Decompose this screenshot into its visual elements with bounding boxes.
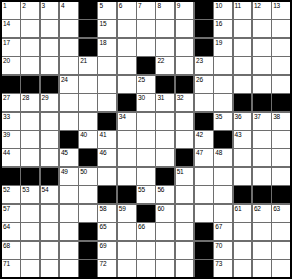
answer-cell[interactable] [176, 223, 194, 240]
clue-number: 39 [3, 131, 10, 138]
answer-cell[interactable] [176, 39, 194, 56]
answer-cell[interactable] [214, 57, 232, 74]
answer-cell[interactable]: 47 [195, 149, 213, 166]
answer-cell[interactable] [176, 242, 194, 259]
answer-cell[interactable] [272, 39, 290, 56]
answer-cell[interactable]: 16 [214, 20, 232, 37]
answer-cell[interactable]: 9 [176, 2, 194, 19]
answer-cell[interactable] [156, 131, 174, 148]
answer-cell[interactable] [41, 242, 59, 259]
answer-cell[interactable] [253, 149, 271, 166]
black-cell [234, 94, 252, 111]
answer-cell[interactable] [41, 131, 59, 148]
answer-cell[interactable]: 11 [234, 2, 252, 19]
answer-cell[interactable]: 39 [2, 131, 20, 148]
answer-cell[interactable] [41, 149, 59, 166]
black-cell [176, 76, 194, 93]
clue-number: 27 [3, 94, 10, 101]
answer-cell[interactable] [41, 39, 59, 56]
answer-cell[interactable] [60, 205, 78, 222]
answer-cell[interactable] [214, 186, 232, 203]
black-cell [137, 57, 155, 74]
answer-cell[interactable]: 24 [60, 76, 78, 93]
clue-number: 57 [3, 205, 10, 212]
answer-cell[interactable] [118, 76, 136, 93]
answer-cell[interactable] [195, 186, 213, 203]
answer-cell[interactable] [118, 168, 136, 185]
answer-cell[interactable] [21, 260, 39, 277]
black-cell [79, 223, 97, 240]
answer-cell[interactable] [234, 76, 252, 93]
answer-cell[interactable] [195, 205, 213, 222]
answer-cell[interactable]: 21 [79, 57, 97, 74]
answer-cell[interactable] [253, 76, 271, 93]
answer-cell[interactable] [98, 76, 116, 93]
answer-cell[interactable] [118, 260, 136, 277]
answer-cell[interactable]: 53 [21, 186, 39, 203]
answer-cell[interactable] [253, 57, 271, 74]
answer-cell[interactable]: 54 [41, 186, 59, 203]
answer-cell[interactable] [21, 20, 39, 37]
black-cell [156, 168, 174, 185]
clue-number: 46 [99, 149, 106, 156]
answer-cell[interactable] [41, 113, 59, 130]
answer-cell[interactable] [272, 131, 290, 148]
answer-cell[interactable]: 50 [79, 168, 97, 185]
clue-number: 3 [42, 2, 45, 9]
answer-cell[interactable]: 68 [2, 242, 20, 259]
answer-cell[interactable]: 40 [79, 131, 97, 148]
black-cell [79, 149, 97, 166]
clue-number: 9 [177, 2, 180, 9]
clue-number: 6 [119, 2, 122, 9]
black-cell [2, 168, 20, 185]
clue-number: 69 [99, 242, 106, 249]
answer-cell[interactable] [253, 39, 271, 56]
answer-cell[interactable] [118, 20, 136, 37]
clue-number: 55 [138, 186, 145, 193]
answer-cell[interactable] [137, 39, 155, 56]
clue-number: 48 [215, 149, 222, 156]
answer-cell[interactable] [118, 57, 136, 74]
clue-number: 32 [177, 94, 184, 101]
answer-cell[interactable] [60, 223, 78, 240]
black-cell [195, 113, 213, 130]
black-cell [79, 242, 97, 259]
clue-number: 49 [61, 168, 68, 175]
answer-cell[interactable]: 66 [137, 223, 155, 240]
black-cell [272, 94, 290, 111]
answer-cell[interactable] [253, 223, 271, 240]
black-cell [137, 205, 155, 222]
answer-cell[interactable] [118, 131, 136, 148]
answer-cell[interactable] [79, 94, 97, 111]
black-cell [156, 76, 174, 93]
answer-cell[interactable] [21, 149, 39, 166]
answer-cell[interactable] [234, 168, 252, 185]
clue-number: 21 [80, 57, 87, 64]
answer-cell[interactable] [214, 205, 232, 222]
answer-cell[interactable] [156, 149, 174, 166]
answer-cell[interactable] [21, 113, 39, 130]
answer-cell[interactable] [41, 205, 59, 222]
answer-cell[interactable] [234, 57, 252, 74]
answer-cell[interactable]: 59 [118, 205, 136, 222]
clue-number: 52 [3, 186, 10, 193]
answer-cell[interactable] [272, 57, 290, 74]
answer-cell[interactable] [234, 242, 252, 259]
answer-cell[interactable] [195, 94, 213, 111]
answer-cell[interactable]: 60 [156, 205, 174, 222]
answer-cell[interactable]: 38 [272, 113, 290, 130]
clue-number: 40 [80, 131, 87, 138]
answer-cell[interactable]: 64 [2, 223, 20, 240]
answer-cell[interactable]: 8 [156, 2, 174, 19]
clue-number: 12 [254, 2, 261, 9]
clue-number: 16 [215, 20, 222, 27]
answer-cell[interactable] [79, 76, 97, 93]
answer-cell[interactable]: 41 [98, 131, 116, 148]
answer-cell[interactable] [60, 186, 78, 203]
answer-cell[interactable]: 13 [272, 2, 290, 19]
clue-number: 62 [254, 205, 261, 212]
answer-cell[interactable] [253, 168, 271, 185]
answer-cell[interactable]: 4 [60, 2, 78, 19]
clue-number: 13 [273, 2, 280, 9]
answer-cell[interactable]: 71 [2, 260, 20, 277]
answer-cell[interactable] [272, 260, 290, 277]
answer-cell[interactable]: 65 [98, 223, 116, 240]
clue-number: 10 [215, 2, 222, 9]
answer-cell[interactable]: 17 [2, 39, 20, 56]
black-cell [195, 223, 213, 240]
clue-number: 66 [138, 223, 145, 230]
answer-cell[interactable] [21, 131, 39, 148]
answer-cell[interactable] [253, 260, 271, 277]
answer-cell[interactable] [60, 113, 78, 130]
answer-cell[interactable]: 14 [2, 20, 20, 37]
answer-cell[interactable]: 5 [98, 2, 116, 19]
answer-cell[interactable]: 18 [98, 39, 116, 56]
answer-cell[interactable] [137, 113, 155, 130]
clue-number: 24 [61, 76, 68, 83]
answer-cell[interactable] [41, 57, 59, 74]
black-cell [234, 186, 252, 203]
clue-number: 44 [3, 149, 10, 156]
answer-cell[interactable] [79, 186, 97, 203]
answer-cell[interactable] [21, 57, 39, 74]
black-cell [195, 260, 213, 277]
black-cell [253, 94, 271, 111]
answer-cell[interactable]: 62 [253, 205, 271, 222]
answer-cell[interactable] [60, 242, 78, 259]
answer-cell[interactable] [21, 39, 39, 56]
clue-number: 25 [138, 76, 145, 83]
answer-cell[interactable] [214, 168, 232, 185]
answer-cell[interactable] [21, 205, 39, 222]
clue-number: 65 [99, 223, 106, 230]
answer-cell[interactable] [118, 242, 136, 259]
answer-cell[interactable] [234, 223, 252, 240]
clue-number: 33 [3, 113, 10, 120]
answer-cell[interactable] [21, 223, 39, 240]
clue-number: 1 [3, 2, 6, 9]
answer-cell[interactable]: 52 [2, 186, 20, 203]
answer-cell[interactable] [21, 242, 39, 259]
answer-cell[interactable]: 7 [137, 2, 155, 19]
answer-cell[interactable] [195, 168, 213, 185]
black-cell [118, 186, 136, 203]
answer-cell[interactable] [60, 57, 78, 74]
black-cell [98, 113, 116, 130]
answer-cell[interactable]: 46 [98, 149, 116, 166]
answer-cell[interactable] [41, 260, 59, 277]
clue-number: 18 [99, 39, 106, 46]
answer-cell[interactable] [60, 20, 78, 37]
answer-cell[interactable]: 10 [214, 2, 232, 19]
black-cell [118, 94, 136, 111]
answer-cell[interactable] [253, 131, 271, 148]
clue-number: 2 [22, 2, 25, 9]
answer-cell[interactable]: 3 [41, 2, 59, 19]
answer-cell[interactable] [60, 260, 78, 277]
clue-number: 47 [196, 149, 203, 156]
black-cell [214, 131, 232, 148]
answer-cell[interactable] [137, 131, 155, 148]
answer-cell[interactable]: 48 [214, 149, 232, 166]
answer-cell[interactable] [176, 205, 194, 222]
answer-cell[interactable]: 49 [60, 168, 78, 185]
answer-cell[interactable] [253, 20, 271, 37]
answer-cell[interactable]: 55 [137, 186, 155, 203]
clue-number: 70 [215, 242, 222, 249]
answer-cell[interactable]: 42 [195, 131, 213, 148]
clue-number: 45 [61, 149, 68, 156]
black-cell [195, 2, 213, 19]
clue-number: 36 [235, 113, 242, 120]
answer-cell[interactable]: 30 [137, 94, 155, 111]
clue-number: 71 [3, 260, 10, 267]
answer-cell[interactable]: 19 [214, 39, 232, 56]
clue-number: 5 [99, 2, 102, 9]
answer-cell[interactable]: 22 [156, 57, 174, 74]
clue-number: 15 [99, 20, 106, 27]
clue-number: 72 [99, 260, 106, 267]
clue-number: 26 [196, 76, 203, 83]
clue-number: 42 [196, 131, 203, 138]
answer-cell[interactable] [60, 39, 78, 56]
clue-number: 60 [157, 205, 164, 212]
black-cell [195, 242, 213, 259]
clue-number: 34 [119, 113, 126, 120]
clue-number: 11 [235, 2, 241, 9]
answer-cell[interactable] [272, 242, 290, 259]
answer-cell[interactable]: 67 [214, 223, 232, 240]
crossword-grid: 1234567891011121314151617181920212223242… [0, 0, 292, 279]
clue-number: 19 [215, 39, 222, 46]
black-cell [21, 76, 39, 93]
answer-cell[interactable] [98, 168, 116, 185]
answer-cell[interactable] [234, 39, 252, 56]
clue-number: 7 [138, 2, 141, 9]
answer-cell[interactable] [156, 20, 174, 37]
black-cell [41, 76, 59, 93]
answer-cell[interactable]: 23 [195, 57, 213, 74]
answer-cell[interactable]: 28 [21, 94, 39, 111]
clue-number: 53 [22, 186, 29, 193]
black-cell [79, 260, 97, 277]
black-cell [98, 186, 116, 203]
answer-cell[interactable]: 26 [195, 76, 213, 93]
black-cell [60, 131, 78, 148]
answer-cell[interactable]: 69 [98, 242, 116, 259]
answer-cell[interactable] [272, 168, 290, 185]
answer-cell[interactable] [272, 76, 290, 93]
answer-cell[interactable] [118, 149, 136, 166]
answer-cell[interactable] [272, 20, 290, 37]
clue-number: 51 [177, 168, 184, 175]
answer-cell[interactable] [176, 113, 194, 130]
black-cell [176, 149, 194, 166]
black-cell [79, 2, 97, 19]
black-cell [79, 39, 97, 56]
clue-number: 29 [42, 94, 49, 101]
answer-cell[interactable]: 12 [253, 2, 271, 19]
black-cell [21, 168, 39, 185]
answer-cell[interactable]: 73 [214, 260, 232, 277]
clue-number: 68 [3, 242, 10, 249]
answer-cell[interactable]: 72 [98, 260, 116, 277]
clue-number: 38 [273, 113, 280, 120]
clue-number: 31 [157, 94, 164, 101]
clue-number: 35 [215, 113, 222, 120]
answer-cell[interactable] [156, 260, 174, 277]
answer-cell[interactable]: 57 [2, 205, 20, 222]
answer-cell[interactable] [253, 242, 271, 259]
answer-cell[interactable]: 35 [214, 113, 232, 130]
answer-cell[interactable] [176, 186, 194, 203]
answer-cell[interactable]: 36 [234, 113, 252, 130]
black-cell [272, 186, 290, 203]
clue-number: 8 [157, 2, 160, 9]
answer-cell[interactable]: 27 [2, 94, 20, 111]
clue-number: 58 [99, 205, 106, 212]
black-cell [195, 39, 213, 56]
answer-cell[interactable]: 43 [234, 131, 252, 148]
answer-cell[interactable] [41, 223, 59, 240]
answer-cell[interactable] [272, 149, 290, 166]
answer-cell[interactable] [118, 223, 136, 240]
answer-cell[interactable]: 2 [21, 2, 39, 19]
clue-number: 23 [196, 57, 203, 64]
clue-number: 17 [3, 39, 10, 46]
answer-cell[interactable] [272, 223, 290, 240]
answer-cell[interactable] [41, 20, 59, 37]
answer-cell[interactable] [98, 94, 116, 111]
answer-cell[interactable]: 34 [118, 113, 136, 130]
answer-cell[interactable] [176, 20, 194, 37]
answer-cell[interactable] [98, 57, 116, 74]
answer-cell[interactable]: 51 [176, 168, 194, 185]
answer-cell[interactable]: 6 [118, 2, 136, 19]
answer-cell[interactable] [156, 39, 174, 56]
answer-cell[interactable]: 31 [156, 94, 174, 111]
answer-cell[interactable] [156, 113, 174, 130]
clue-number: 28 [22, 94, 29, 101]
answer-cell[interactable]: 15 [98, 20, 116, 37]
clue-number: 4 [61, 2, 64, 9]
clue-number: 73 [215, 260, 222, 267]
answer-cell[interactable]: 1 [2, 2, 20, 19]
answer-cell[interactable] [156, 242, 174, 259]
clue-number: 14 [3, 20, 10, 27]
answer-cell[interactable] [118, 39, 136, 56]
answer-cell[interactable]: 63 [272, 205, 290, 222]
black-cell [41, 168, 59, 185]
clue-number: 37 [254, 113, 261, 120]
clue-number: 30 [138, 94, 145, 101]
answer-cell[interactable] [137, 168, 155, 185]
clue-number: 20 [3, 57, 10, 64]
clue-number: 67 [215, 223, 222, 230]
answer-cell[interactable] [176, 57, 194, 74]
black-cell [2, 76, 20, 93]
answer-cell[interactable] [156, 223, 174, 240]
answer-cell[interactable]: 70 [214, 242, 232, 259]
answer-cell[interactable] [214, 94, 232, 111]
answer-cell[interactable]: 20 [2, 57, 20, 74]
answer-cell[interactable]: 45 [60, 149, 78, 166]
answer-cell[interactable] [176, 260, 194, 277]
clue-number: 59 [119, 205, 126, 212]
answer-cell[interactable] [137, 242, 155, 259]
clue-number: 61 [235, 205, 242, 212]
answer-cell[interactable]: 33 [2, 113, 20, 130]
answer-cell[interactable] [137, 260, 155, 277]
answer-cell[interactable]: 25 [137, 76, 155, 93]
clue-number: 54 [42, 186, 49, 193]
answer-cell[interactable] [234, 20, 252, 37]
black-cell [79, 20, 97, 37]
clue-number: 50 [80, 168, 87, 175]
clue-number: 41 [99, 131, 106, 138]
answer-cell[interactable]: 61 [234, 205, 252, 222]
answer-cell[interactable]: 58 [98, 205, 116, 222]
clue-number: 64 [3, 223, 10, 230]
answer-cell[interactable] [60, 94, 78, 111]
answer-cell[interactable] [176, 131, 194, 148]
answer-cell[interactable] [79, 205, 97, 222]
answer-cell[interactable] [137, 149, 155, 166]
answer-cell[interactable] [234, 260, 252, 277]
answer-cell[interactable]: 56 [156, 186, 174, 203]
answer-cell[interactable]: 44 [2, 149, 20, 166]
clue-number: 56 [157, 186, 164, 193]
answer-cell[interactable] [137, 20, 155, 37]
clue-number: 63 [273, 205, 280, 212]
clue-number: 43 [235, 131, 242, 138]
answer-cell[interactable]: 32 [176, 94, 194, 111]
clue-number: 22 [157, 57, 164, 64]
answer-cell[interactable]: 29 [41, 94, 59, 111]
answer-cell[interactable] [214, 76, 232, 93]
black-cell [253, 186, 271, 203]
answer-cell[interactable] [79, 113, 97, 130]
answer-cell[interactable]: 37 [253, 113, 271, 130]
answer-cell[interactable] [234, 149, 252, 166]
black-cell [195, 20, 213, 37]
